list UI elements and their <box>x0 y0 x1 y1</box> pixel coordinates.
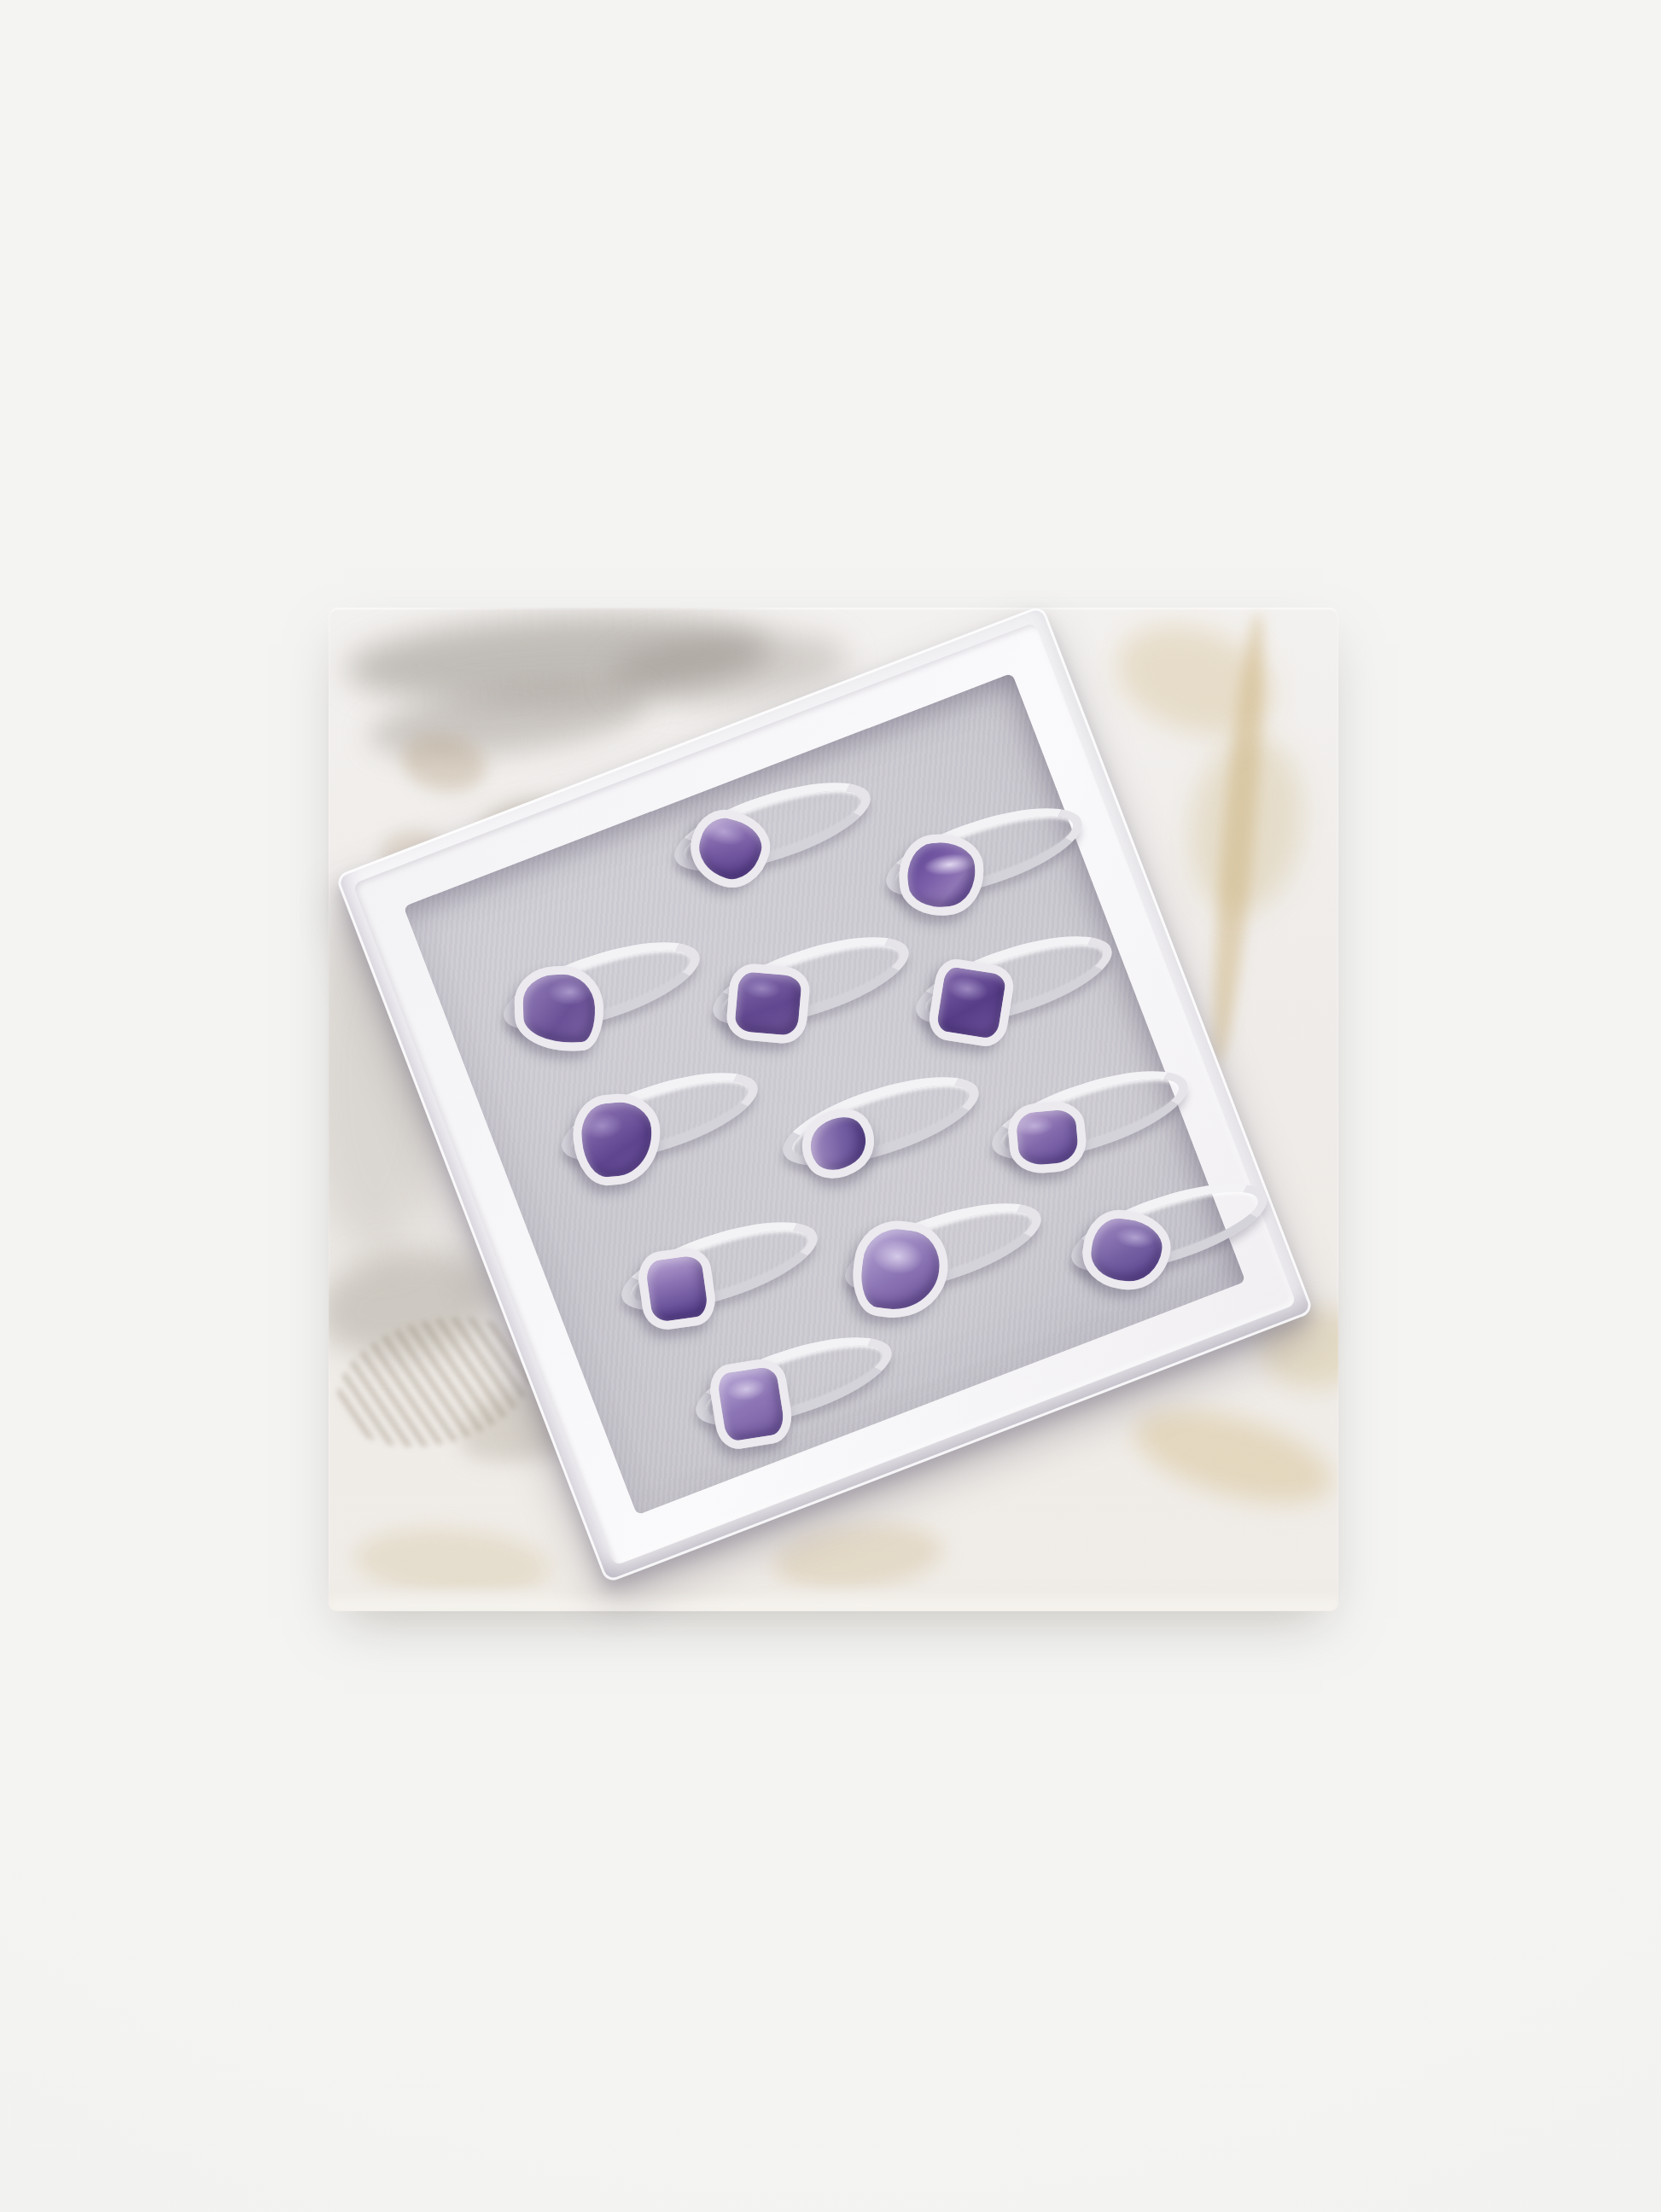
rings-layer <box>0 0 1661 2212</box>
ring-10 <box>790 1202 1011 1338</box>
ring-3-stone <box>513 964 604 1053</box>
ring-1 <box>619 781 841 917</box>
ring-12 <box>640 1336 862 1472</box>
ring-8-stone <box>1006 1099 1089 1176</box>
scene <box>0 0 1661 2212</box>
ring-11 <box>1016 1182 1238 1318</box>
ring-2 <box>830 806 1052 943</box>
ring-6 <box>506 1071 728 1208</box>
ring-4-stone <box>725 962 811 1045</box>
ring-12-stone <box>707 1356 796 1452</box>
ring-9-stone <box>635 1244 719 1332</box>
ring-5-stone <box>926 956 1017 1049</box>
ring-3 <box>448 940 670 1077</box>
ring-7 <box>727 1075 949 1212</box>
